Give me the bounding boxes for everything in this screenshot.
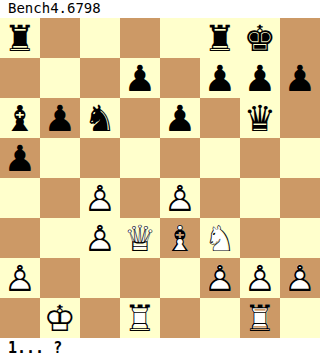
square-h1[interactable]	[280, 298, 320, 338]
black-rook[interactable]: ♜	[200, 18, 240, 58]
window-title: Bench4.6798	[0, 0, 320, 18]
black-knight[interactable]: ♞	[80, 98, 120, 138]
square-d2[interactable]	[120, 258, 160, 298]
white-knight[interactable]: ♞♘	[200, 218, 240, 258]
chess-board: ♜♜♚♟︎♟︎♟︎♟︎♝♟︎♞♟︎♛♟︎♟︎♙♟︎♙♟︎♙♛♕♝♗♞♘♟︎♙♟︎…	[0, 18, 320, 338]
square-d4[interactable]	[120, 178, 160, 218]
square-f4[interactable]	[200, 178, 240, 218]
square-d6[interactable]	[120, 98, 160, 138]
square-c2[interactable]	[80, 258, 120, 298]
square-b1[interactable]: ♚♔	[40, 298, 80, 338]
black-pawn[interactable]: ♟︎	[0, 138, 40, 178]
square-c5[interactable]	[80, 138, 120, 178]
square-a1[interactable]	[0, 298, 40, 338]
square-b2[interactable]	[40, 258, 80, 298]
square-g4[interactable]	[240, 178, 280, 218]
square-h5[interactable]	[280, 138, 320, 178]
black-pawn[interactable]: ♟︎	[240, 58, 280, 98]
square-f1[interactable]	[200, 298, 240, 338]
white-pawn[interactable]: ♟︎♙	[280, 258, 320, 298]
piece-outline-layer: ♙	[80, 178, 120, 218]
black-pawn[interactable]: ♟︎	[280, 58, 320, 98]
piece-fill-layer: ♟︎	[120, 58, 160, 98]
piece-fill-layer: ♞	[80, 98, 120, 138]
black-queen[interactable]: ♛	[240, 98, 280, 138]
square-h6[interactable]	[280, 98, 320, 138]
piece-outline-layer: ♙	[280, 258, 320, 298]
square-b5[interactable]	[40, 138, 80, 178]
square-a4[interactable]	[0, 178, 40, 218]
square-h8[interactable]	[280, 18, 320, 58]
square-c7[interactable]	[80, 58, 120, 98]
white-rook[interactable]: ♜♖	[120, 298, 160, 338]
piece-fill-layer: ♛	[240, 98, 280, 138]
square-g8[interactable]: ♚	[240, 18, 280, 58]
piece-fill-layer: ♟︎	[280, 58, 320, 98]
piece-fill-layer: ♝	[0, 98, 40, 138]
square-a5[interactable]: ♟︎	[0, 138, 40, 178]
piece-fill-layer: ♟︎	[40, 98, 80, 138]
piece-fill-layer: ♜	[200, 18, 240, 58]
square-h7[interactable]: ♟︎	[280, 58, 320, 98]
piece-outline-layer: ♗	[160, 218, 200, 258]
piece-fill-layer: ♟︎	[200, 58, 240, 98]
square-h3[interactable]	[280, 218, 320, 258]
black-pawn[interactable]: ♟︎	[40, 98, 80, 138]
square-d1[interactable]: ♜♖	[120, 298, 160, 338]
piece-fill-layer: ♚	[240, 18, 280, 58]
square-c6[interactable]: ♞	[80, 98, 120, 138]
piece-outline-layer: ♙	[200, 258, 240, 298]
square-c1[interactable]	[80, 298, 120, 338]
black-pawn[interactable]: ♟︎	[200, 58, 240, 98]
square-g7[interactable]: ♟︎	[240, 58, 280, 98]
white-pawn[interactable]: ♟︎♙	[80, 218, 120, 258]
square-a2[interactable]: ♟︎♙	[0, 258, 40, 298]
square-a6[interactable]: ♝	[0, 98, 40, 138]
square-g2[interactable]: ♟︎♙	[240, 258, 280, 298]
square-c8[interactable]	[80, 18, 120, 58]
square-f8[interactable]: ♜	[200, 18, 240, 58]
piece-outline-layer: ♙	[0, 258, 40, 298]
square-e5[interactable]	[160, 138, 200, 178]
piece-fill-layer: ♟︎	[240, 58, 280, 98]
square-b4[interactable]	[40, 178, 80, 218]
white-pawn[interactable]: ♟︎♙	[0, 258, 40, 298]
square-d7[interactable]: ♟︎	[120, 58, 160, 98]
piece-outline-layer: ♖	[120, 298, 160, 338]
black-bishop[interactable]: ♝	[0, 98, 40, 138]
square-h2[interactable]: ♟︎♙	[280, 258, 320, 298]
square-d5[interactable]	[120, 138, 160, 178]
square-c3[interactable]: ♟︎♙	[80, 218, 120, 258]
square-b7[interactable]	[40, 58, 80, 98]
white-pawn[interactable]: ♟︎♙	[240, 258, 280, 298]
square-e7[interactable]	[160, 58, 200, 98]
black-pawn[interactable]: ♟︎	[160, 98, 200, 138]
square-b3[interactable]	[40, 218, 80, 258]
square-e1[interactable]	[160, 298, 200, 338]
square-d8[interactable]	[120, 18, 160, 58]
white-rook[interactable]: ♜♖	[240, 298, 280, 338]
square-f6[interactable]	[200, 98, 240, 138]
white-pawn[interactable]: ♟︎♙	[200, 258, 240, 298]
square-e6[interactable]: ♟︎	[160, 98, 200, 138]
square-f7[interactable]: ♟︎	[200, 58, 240, 98]
square-b8[interactable]	[40, 18, 80, 58]
square-g3[interactable]	[240, 218, 280, 258]
square-e8[interactable]	[160, 18, 200, 58]
square-g6[interactable]: ♛	[240, 98, 280, 138]
square-b6[interactable]: ♟︎	[40, 98, 80, 138]
move-prompt: 1... ?	[0, 338, 320, 360]
square-g1[interactable]: ♜♖	[240, 298, 280, 338]
piece-outline-layer: ♖	[240, 298, 280, 338]
white-pawn[interactable]: ♟︎♙	[160, 178, 200, 218]
square-c4[interactable]: ♟︎♙	[80, 178, 120, 218]
square-e2[interactable]	[160, 258, 200, 298]
square-e3[interactable]: ♝♗	[160, 218, 200, 258]
piece-fill-layer: ♟︎	[0, 138, 40, 178]
square-e4[interactable]: ♟︎♙	[160, 178, 200, 218]
white-queen[interactable]: ♛♕	[120, 218, 160, 258]
piece-fill-layer: ♟︎	[160, 98, 200, 138]
square-a7[interactable]	[0, 58, 40, 98]
piece-outline-layer: ♙	[240, 258, 280, 298]
white-bishop[interactable]: ♝♗	[160, 218, 200, 258]
black-king[interactable]: ♚	[240, 18, 280, 58]
square-a8[interactable]: ♜	[0, 18, 40, 58]
black-rook[interactable]: ♜	[0, 18, 40, 58]
piece-outline-layer: ♙	[160, 178, 200, 218]
black-pawn[interactable]: ♟︎	[120, 58, 160, 98]
square-g5[interactable]	[240, 138, 280, 178]
piece-outline-layer: ♙	[80, 218, 120, 258]
square-f5[interactable]	[200, 138, 240, 178]
white-king[interactable]: ♚♔	[40, 298, 80, 338]
square-d3[interactable]: ♛♕	[120, 218, 160, 258]
square-f2[interactable]: ♟︎♙	[200, 258, 240, 298]
square-f3[interactable]: ♞♘	[200, 218, 240, 258]
square-h4[interactable]	[280, 178, 320, 218]
piece-outline-layer: ♘	[200, 218, 240, 258]
piece-outline-layer: ♕	[120, 218, 160, 258]
piece-fill-layer: ♜	[0, 18, 40, 58]
white-pawn[interactable]: ♟︎♙	[80, 178, 120, 218]
piece-outline-layer: ♔	[40, 298, 80, 338]
square-a3[interactable]	[0, 218, 40, 258]
